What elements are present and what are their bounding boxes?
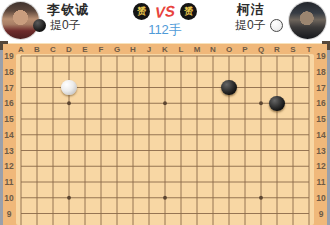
col-coord-F: F (95, 45, 107, 55)
row-coord-left-11: 11 (2, 177, 16, 187)
stone-black-O17 (221, 80, 237, 96)
col-coord-B: B (31, 45, 43, 55)
stone-white-D17 (61, 80, 77, 96)
col-coord-R: R (271, 45, 283, 55)
row-coord-right-12: 12 (314, 161, 328, 171)
go-board[interactable]: ABCDEFGHJKLMNOPQRST191918181717161615151… (0, 0, 330, 225)
row-coord-left-12: 12 (2, 161, 16, 171)
col-coord-J: J (143, 45, 155, 55)
col-coord-P: P (239, 45, 251, 55)
star-point-K16 (163, 101, 167, 105)
row-coord-right-11: 11 (314, 177, 328, 187)
row-coord-right-15: 15 (314, 114, 328, 124)
col-coord-E: E (79, 45, 91, 55)
star-point-D10 (67, 196, 71, 200)
row-coord-left-19: 19 (2, 51, 16, 61)
row-coord-right-19: 19 (314, 51, 328, 61)
row-coord-left-18: 18 (2, 67, 16, 77)
app-screen: 李钦诚 提0子 赟 VS 赟 112手 提0子 柯洁 ABCDEFGHJKLMN… (0, 0, 330, 225)
row-coord-right-9: 9 (314, 209, 328, 219)
star-point-D16 (67, 101, 71, 105)
col-coord-Q: Q (255, 45, 267, 55)
row-coord-left-9: 9 (2, 209, 16, 219)
col-coord-H: H (127, 45, 139, 55)
row-coord-right-18: 18 (314, 67, 328, 77)
col-coord-L: L (175, 45, 187, 55)
row-coord-left-10: 10 (2, 193, 16, 203)
col-coord-S: S (287, 45, 299, 55)
col-coord-A: A (15, 45, 27, 55)
row-coord-right-10: 10 (314, 193, 328, 203)
col-coord-D: D (63, 45, 75, 55)
row-coord-right-13: 13 (314, 146, 328, 156)
row-coord-left-17: 17 (2, 83, 16, 93)
star-point-Q16 (259, 101, 263, 105)
col-coord-N: N (207, 45, 219, 55)
row-coord-right-14: 14 (314, 130, 328, 140)
row-coord-left-15: 15 (2, 114, 16, 124)
star-point-Q10 (259, 196, 263, 200)
col-coord-M: M (191, 45, 203, 55)
row-coord-right-16: 16 (314, 98, 328, 108)
row-coord-right-17: 17 (314, 83, 328, 93)
row-coord-left-13: 13 (2, 146, 16, 156)
row-coord-left-14: 14 (2, 130, 16, 140)
col-coord-G: G (111, 45, 123, 55)
col-coord-K: K (159, 45, 171, 55)
star-point-K10 (163, 196, 167, 200)
col-coord-O: O (223, 45, 235, 55)
stone-black-R16 (269, 96, 285, 112)
row-coord-left-16: 16 (2, 98, 16, 108)
col-coord-C: C (47, 45, 59, 55)
